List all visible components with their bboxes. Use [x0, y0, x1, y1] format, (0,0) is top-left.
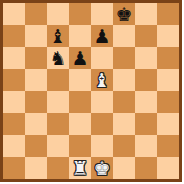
square-c1[interactable] — [47, 157, 69, 179]
chess-board[interactable]: ♚♝♟♞♟♝♜♚ — [3, 3, 179, 179]
white-rook[interactable]: ♜ — [69, 157, 91, 179]
square-f7[interactable] — [113, 25, 135, 47]
square-e6[interactable] — [91, 47, 113, 69]
square-d4[interactable] — [69, 91, 91, 113]
square-h1[interactable] — [157, 157, 179, 179]
square-g4[interactable] — [135, 91, 157, 113]
square-b3[interactable] — [25, 113, 47, 135]
square-f4[interactable] — [113, 91, 135, 113]
square-b8[interactable] — [25, 3, 47, 25]
square-c6[interactable]: ♞ — [47, 47, 69, 69]
square-g7[interactable] — [135, 25, 157, 47]
square-a5[interactable] — [3, 69, 25, 91]
square-a7[interactable] — [3, 25, 25, 47]
square-f6[interactable] — [113, 47, 135, 69]
square-h7[interactable] — [157, 25, 179, 47]
black-pawn[interactable]: ♟ — [69, 47, 91, 69]
square-b2[interactable] — [25, 135, 47, 157]
square-d1[interactable]: ♜ — [69, 157, 91, 179]
black-king[interactable]: ♚ — [113, 3, 135, 25]
square-c5[interactable] — [47, 69, 69, 91]
square-c4[interactable] — [47, 91, 69, 113]
square-a1[interactable] — [3, 157, 25, 179]
square-e7[interactable]: ♟ — [91, 25, 113, 47]
square-f5[interactable] — [113, 69, 135, 91]
square-h5[interactable] — [157, 69, 179, 91]
square-a3[interactable] — [3, 113, 25, 135]
square-b6[interactable] — [25, 47, 47, 69]
square-g8[interactable] — [135, 3, 157, 25]
square-b4[interactable] — [25, 91, 47, 113]
square-g1[interactable] — [135, 157, 157, 179]
square-g5[interactable] — [135, 69, 157, 91]
square-g3[interactable] — [135, 113, 157, 135]
square-g2[interactable] — [135, 135, 157, 157]
white-king[interactable]: ♚ — [91, 157, 113, 179]
square-h8[interactable] — [157, 3, 179, 25]
square-f8[interactable]: ♚ — [113, 3, 135, 25]
square-e8[interactable] — [91, 3, 113, 25]
square-d5[interactable] — [69, 69, 91, 91]
square-d3[interactable] — [69, 113, 91, 135]
square-h4[interactable] — [157, 91, 179, 113]
square-h6[interactable] — [157, 47, 179, 69]
square-h3[interactable] — [157, 113, 179, 135]
board-frame: ♚♝♟♞♟♝♜♚ — [0, 0, 182, 182]
square-e5[interactable]: ♝ — [91, 69, 113, 91]
chess-app: ♚♝♟♞♟♝♜♚ — [0, 0, 184, 184]
square-c2[interactable] — [47, 135, 69, 157]
black-bishop[interactable]: ♝ — [47, 25, 69, 47]
square-e2[interactable] — [91, 135, 113, 157]
square-c8[interactable] — [47, 3, 69, 25]
square-a8[interactable] — [3, 3, 25, 25]
square-b1[interactable] — [25, 157, 47, 179]
square-a6[interactable] — [3, 47, 25, 69]
square-f2[interactable] — [113, 135, 135, 157]
square-d7[interactable] — [69, 25, 91, 47]
square-d8[interactable] — [69, 3, 91, 25]
square-a4[interactable] — [3, 91, 25, 113]
square-b5[interactable] — [25, 69, 47, 91]
black-pawn[interactable]: ♟ — [91, 25, 113, 47]
square-g6[interactable] — [135, 47, 157, 69]
square-d6[interactable]: ♟ — [69, 47, 91, 69]
square-e3[interactable] — [91, 113, 113, 135]
square-d2[interactable] — [69, 135, 91, 157]
square-a2[interactable] — [3, 135, 25, 157]
square-f1[interactable] — [113, 157, 135, 179]
square-h2[interactable] — [157, 135, 179, 157]
square-c7[interactable]: ♝ — [47, 25, 69, 47]
square-e1[interactable]: ♚ — [91, 157, 113, 179]
white-bishop[interactable]: ♝ — [91, 69, 113, 91]
square-b7[interactable] — [25, 25, 47, 47]
square-c3[interactable] — [47, 113, 69, 135]
square-f3[interactable] — [113, 113, 135, 135]
black-knight[interactable]: ♞ — [47, 47, 69, 69]
square-e4[interactable] — [91, 91, 113, 113]
